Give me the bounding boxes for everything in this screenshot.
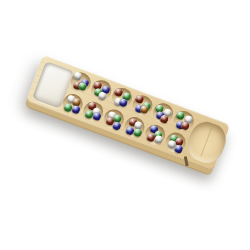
pit-bottom-5[interactable] (142, 122, 168, 148)
pit-top-2[interactable] (88, 77, 114, 103)
store-crease (200, 128, 212, 157)
pit-bottom-6[interactable] (163, 130, 189, 156)
pit-top-5[interactable] (150, 100, 176, 126)
pit-top-3[interactable] (109, 85, 135, 111)
pit-bottom-3[interactable] (101, 107, 127, 133)
pit-bottom-4[interactable] (122, 114, 148, 140)
edge-notch (183, 156, 187, 166)
pits-grid (59, 70, 197, 157)
pit-top-4[interactable] (130, 93, 156, 119)
mancala-board (26, 55, 231, 172)
pit-bottom-2[interactable] (80, 99, 106, 125)
photo-stage (0, 0, 250, 250)
